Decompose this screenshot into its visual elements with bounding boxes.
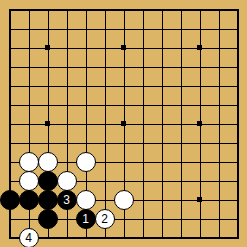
star-point <box>121 121 126 126</box>
intersection <box>152 114 171 133</box>
intersection <box>57 171 76 190</box>
intersection <box>171 133 190 152</box>
intersection <box>114 114 133 133</box>
intersection <box>209 57 228 76</box>
intersection <box>228 114 247 133</box>
black-stone-move-1: 1 <box>76 209 96 229</box>
intersection <box>38 152 57 171</box>
intersection <box>133 152 152 171</box>
intersection <box>190 57 209 76</box>
white-stone <box>76 190 96 210</box>
intersection <box>228 209 247 228</box>
intersection <box>57 95 76 114</box>
intersection <box>0 133 19 152</box>
intersection <box>76 133 95 152</box>
intersection <box>114 19 133 38</box>
intersection <box>95 114 114 133</box>
intersection <box>133 133 152 152</box>
intersection <box>76 152 95 171</box>
intersection <box>152 133 171 152</box>
intersection <box>95 95 114 114</box>
intersection <box>190 133 209 152</box>
intersection <box>171 228 190 247</box>
intersection <box>0 228 19 247</box>
intersection <box>57 38 76 57</box>
intersection <box>19 209 38 228</box>
intersection <box>95 76 114 95</box>
intersection <box>114 209 133 228</box>
intersection <box>228 76 247 95</box>
intersection <box>19 38 38 57</box>
intersection <box>0 38 19 57</box>
intersection <box>38 114 57 133</box>
intersection <box>171 171 190 190</box>
intersection <box>76 19 95 38</box>
white-stone-move-4: 4 <box>19 228 39 247</box>
intersection <box>228 95 247 114</box>
intersection <box>95 19 114 38</box>
white-stone <box>19 152 39 172</box>
intersection <box>95 190 114 209</box>
intersection <box>19 57 38 76</box>
intersection <box>171 152 190 171</box>
intersection <box>38 95 57 114</box>
intersection <box>19 95 38 114</box>
intersection <box>190 209 209 228</box>
intersection <box>152 57 171 76</box>
intersection <box>19 152 38 171</box>
intersection <box>38 76 57 95</box>
intersection <box>228 190 247 209</box>
intersection <box>76 114 95 133</box>
intersection <box>190 19 209 38</box>
intersection <box>228 38 247 57</box>
intersection <box>171 95 190 114</box>
board-grid: 3124 <box>0 0 247 247</box>
white-stone-move-2: 2 <box>95 209 115 229</box>
intersection <box>57 57 76 76</box>
intersection <box>38 0 57 19</box>
intersection <box>19 171 38 190</box>
intersection <box>0 152 19 171</box>
intersection <box>76 57 95 76</box>
intersection <box>95 228 114 247</box>
intersection <box>133 0 152 19</box>
intersection <box>76 95 95 114</box>
intersection <box>133 114 152 133</box>
intersection <box>57 133 76 152</box>
intersection <box>38 19 57 38</box>
intersection <box>0 114 19 133</box>
intersection <box>133 19 152 38</box>
intersection <box>209 209 228 228</box>
intersection <box>133 171 152 190</box>
white-stone <box>38 152 58 172</box>
intersection <box>76 171 95 190</box>
intersection <box>171 190 190 209</box>
intersection <box>190 76 209 95</box>
white-stone <box>57 171 77 191</box>
intersection <box>133 95 152 114</box>
intersection <box>76 228 95 247</box>
intersection <box>209 38 228 57</box>
intersection <box>57 19 76 38</box>
intersection <box>0 95 19 114</box>
intersection <box>152 152 171 171</box>
intersection: 1 <box>76 209 95 228</box>
white-stone <box>114 190 134 210</box>
intersection <box>133 38 152 57</box>
intersection <box>228 152 247 171</box>
intersection <box>133 209 152 228</box>
intersection <box>228 171 247 190</box>
intersection <box>152 0 171 19</box>
intersection <box>152 76 171 95</box>
star-point <box>45 121 50 126</box>
intersection <box>114 171 133 190</box>
intersection <box>114 190 133 209</box>
intersection <box>209 114 228 133</box>
intersection <box>152 228 171 247</box>
intersection <box>228 0 247 19</box>
star-point <box>121 45 126 50</box>
intersection <box>133 57 152 76</box>
black-stone <box>0 190 20 210</box>
intersection: 2 <box>95 209 114 228</box>
intersection <box>228 228 247 247</box>
intersection <box>209 95 228 114</box>
white-stone <box>76 152 96 172</box>
intersection <box>76 76 95 95</box>
intersection <box>76 0 95 19</box>
intersection <box>0 171 19 190</box>
intersection: 3 <box>57 190 76 209</box>
black-stone <box>38 171 58 191</box>
intersection: 4 <box>19 228 38 247</box>
intersection <box>0 76 19 95</box>
intersection <box>190 171 209 190</box>
star-point <box>197 45 202 50</box>
intersection <box>209 171 228 190</box>
intersection <box>114 152 133 171</box>
star-point <box>197 197 202 202</box>
intersection <box>152 19 171 38</box>
intersection <box>114 0 133 19</box>
intersection <box>0 209 19 228</box>
black-stone <box>38 209 58 229</box>
black-stone-move-3: 3 <box>57 190 77 210</box>
intersection <box>190 0 209 19</box>
intersection <box>171 19 190 38</box>
intersection <box>76 38 95 57</box>
intersection <box>114 57 133 76</box>
intersection <box>190 152 209 171</box>
intersection <box>190 38 209 57</box>
intersection <box>209 76 228 95</box>
intersection <box>19 133 38 152</box>
intersection <box>152 171 171 190</box>
intersection <box>228 19 247 38</box>
intersection <box>19 0 38 19</box>
white-stone <box>19 171 39 191</box>
intersection <box>38 171 57 190</box>
intersection <box>19 114 38 133</box>
intersection <box>228 57 247 76</box>
intersection <box>209 133 228 152</box>
intersection <box>171 114 190 133</box>
go-board-diagram: 3124 <box>0 0 247 247</box>
intersection <box>19 19 38 38</box>
intersection <box>152 190 171 209</box>
black-stone <box>38 190 58 210</box>
intersection <box>209 0 228 19</box>
intersection <box>95 57 114 76</box>
intersection <box>95 0 114 19</box>
intersection <box>114 38 133 57</box>
intersection <box>0 57 19 76</box>
intersection <box>38 209 57 228</box>
intersection <box>133 190 152 209</box>
intersection <box>95 133 114 152</box>
intersection <box>19 76 38 95</box>
intersection <box>0 190 19 209</box>
intersection <box>209 228 228 247</box>
intersection <box>38 133 57 152</box>
intersection <box>190 190 209 209</box>
intersection <box>171 76 190 95</box>
intersection <box>57 152 76 171</box>
intersection <box>190 95 209 114</box>
intersection <box>57 228 76 247</box>
intersection <box>95 152 114 171</box>
intersection <box>114 228 133 247</box>
intersection <box>57 0 76 19</box>
intersection <box>0 19 19 38</box>
intersection <box>57 209 76 228</box>
intersection <box>171 57 190 76</box>
intersection <box>152 95 171 114</box>
intersection <box>228 133 247 152</box>
star-point <box>45 45 50 50</box>
intersection <box>209 19 228 38</box>
intersection <box>114 76 133 95</box>
intersection <box>95 38 114 57</box>
intersection <box>114 133 133 152</box>
intersection <box>38 190 57 209</box>
intersection <box>171 38 190 57</box>
intersection <box>171 209 190 228</box>
intersection <box>38 228 57 247</box>
intersection <box>57 114 76 133</box>
intersection <box>133 228 152 247</box>
intersection <box>190 228 209 247</box>
intersection <box>190 114 209 133</box>
intersection <box>38 57 57 76</box>
intersection <box>114 95 133 114</box>
intersection <box>152 209 171 228</box>
intersection <box>0 0 19 19</box>
intersection <box>152 38 171 57</box>
intersection <box>76 190 95 209</box>
intersection <box>209 190 228 209</box>
intersection <box>57 76 76 95</box>
intersection <box>19 190 38 209</box>
intersection <box>209 152 228 171</box>
intersection <box>95 171 114 190</box>
intersection <box>38 38 57 57</box>
intersection <box>133 76 152 95</box>
black-stone <box>19 190 39 210</box>
star-point <box>197 121 202 126</box>
intersection <box>171 0 190 19</box>
